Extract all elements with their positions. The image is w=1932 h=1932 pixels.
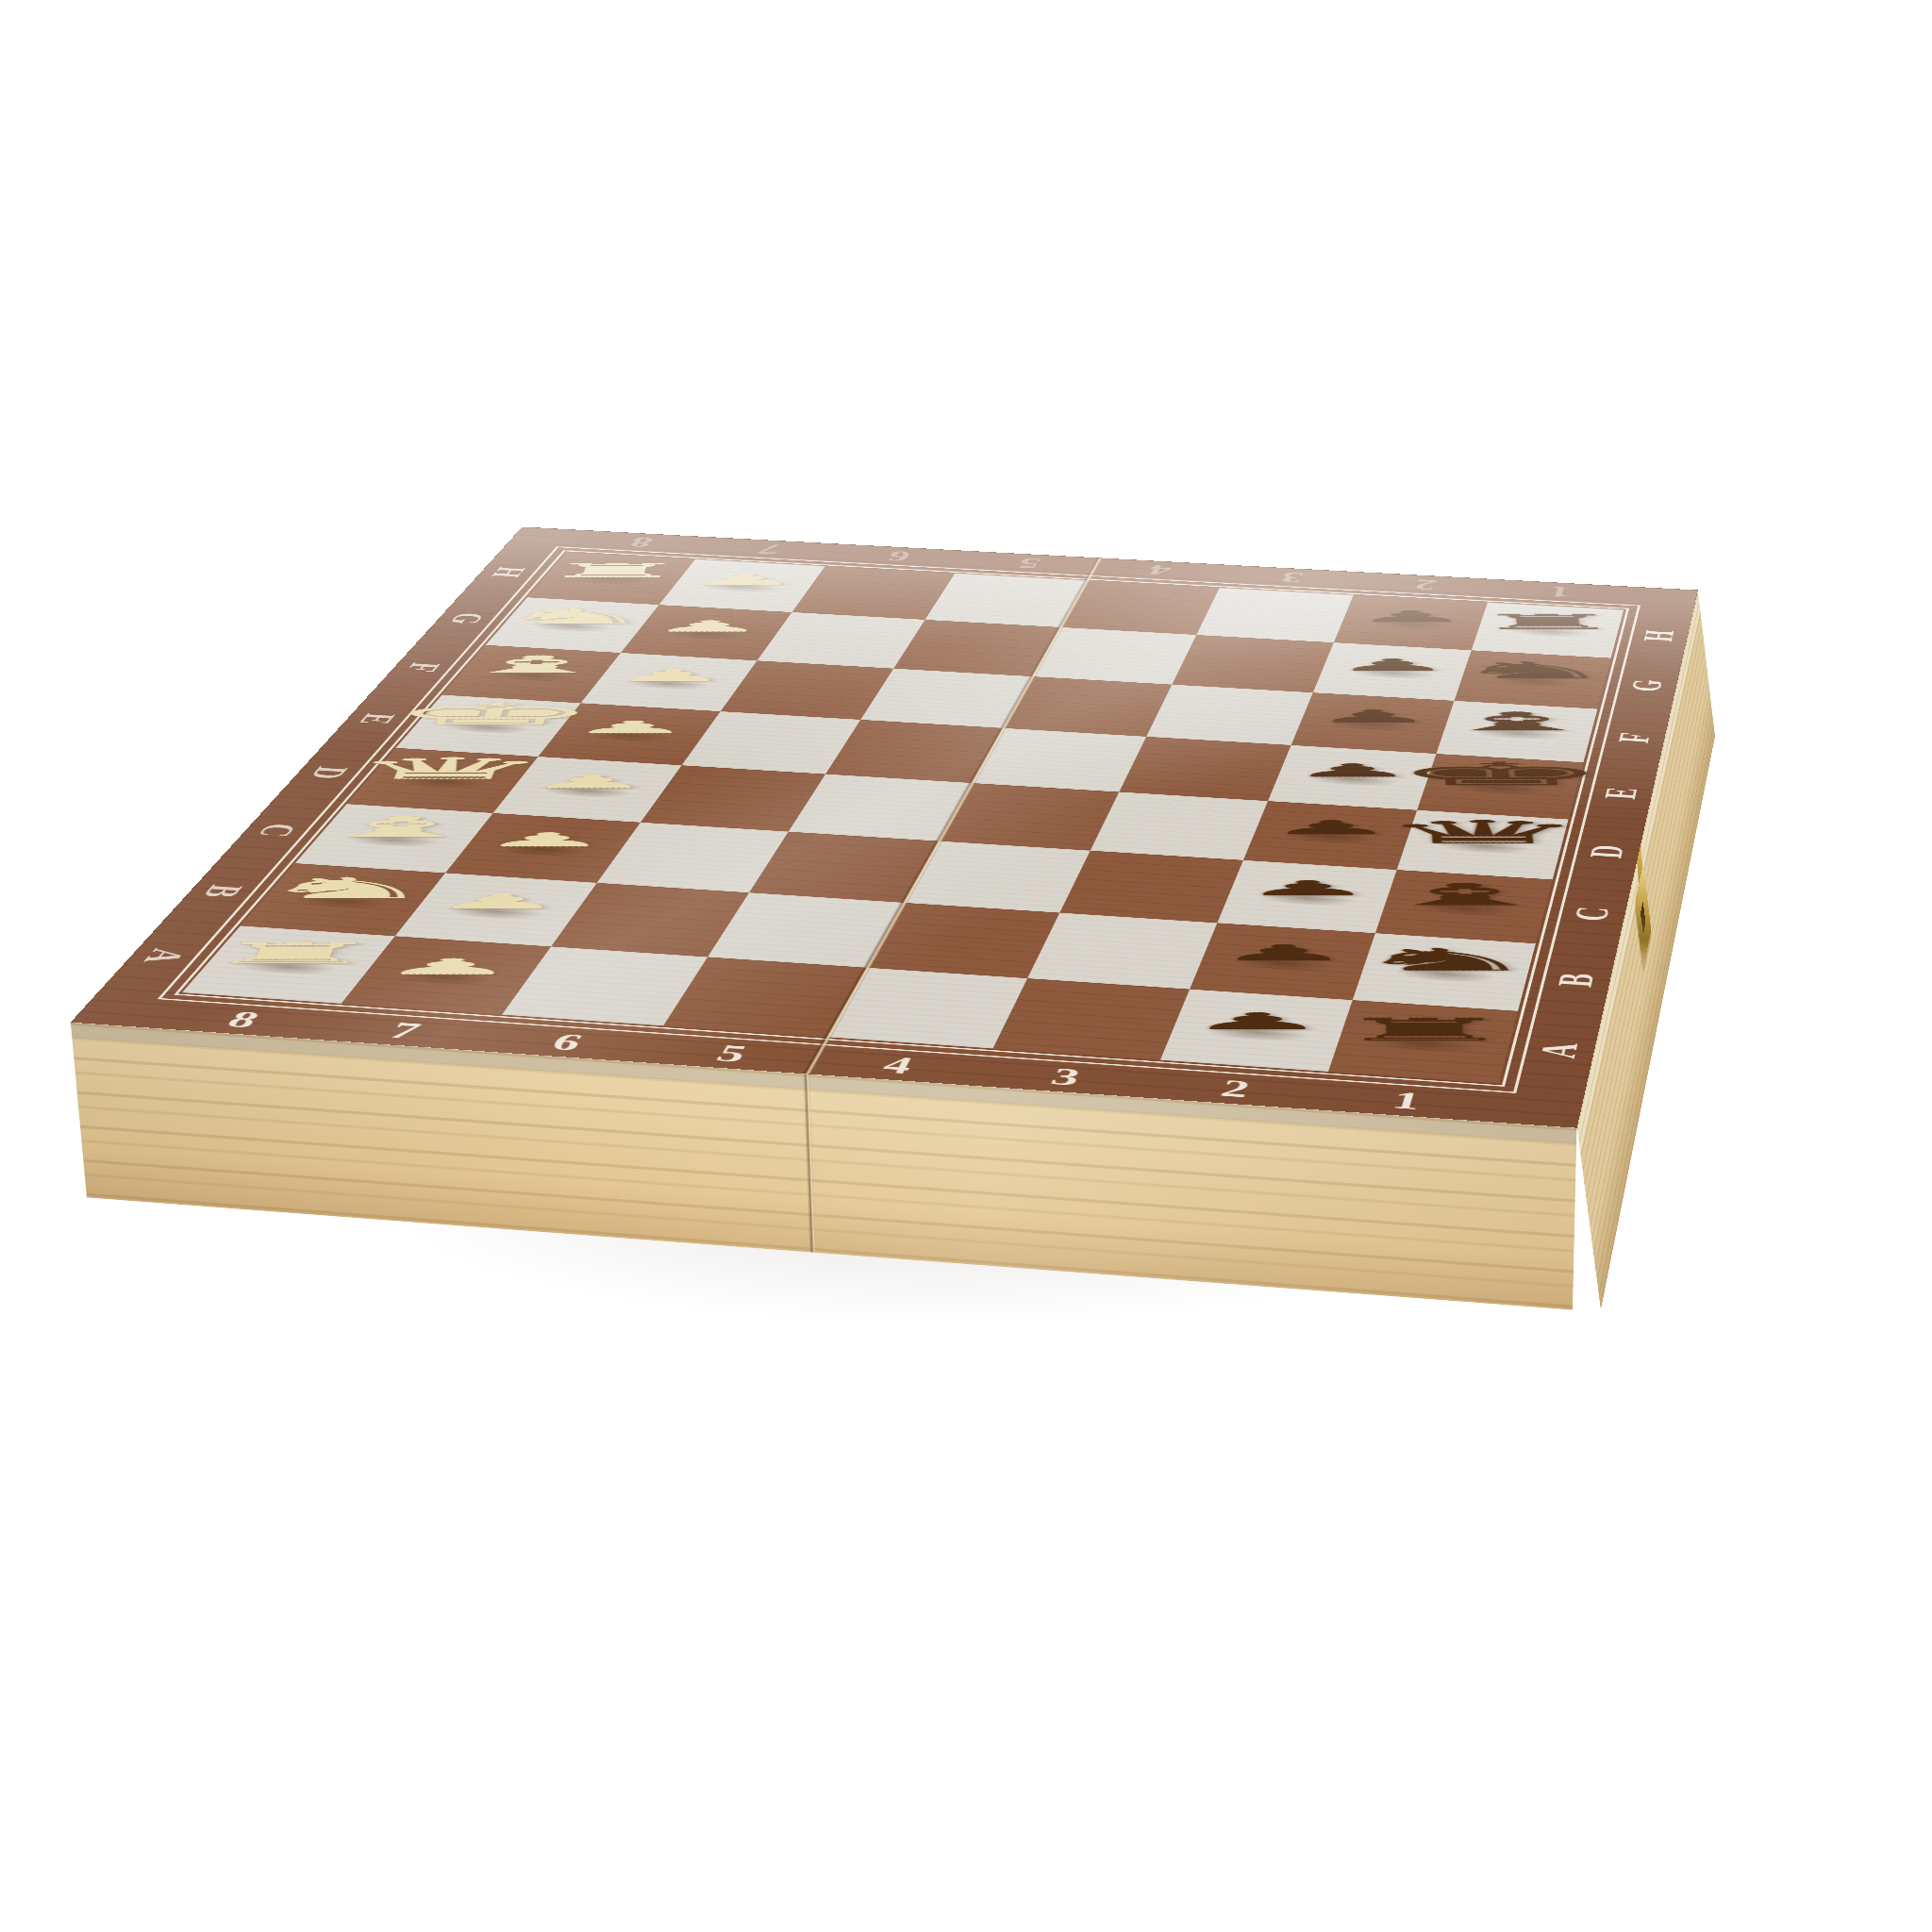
file-label-left-H: H <box>485 566 531 578</box>
file-label-right-D: D <box>1584 844 1632 859</box>
file-label-left-G: G <box>442 612 491 625</box>
pawn-glyph: ♟ <box>648 619 770 635</box>
rank-label-far-4: 4 <box>1146 563 1174 578</box>
box-front-seam <box>803 1074 815 1253</box>
file-label-right-F: F <box>1612 732 1657 744</box>
rank-label-near-7: 7 <box>383 1019 425 1043</box>
file-label-left-F: F <box>399 661 446 673</box>
product-photo-page: { "game": "chess", "scene": { "descripti… <box>0 0 1932 1932</box>
rank-label-near-2: 2 <box>1217 1075 1253 1101</box>
bishop-glyph: ♝ <box>442 653 628 677</box>
rank-label-far-1: 1 <box>1547 584 1573 600</box>
pawn-glyph: ♟ <box>685 573 803 588</box>
file-label-left-A: A <box>136 947 193 964</box>
file-label-right-B: B <box>1551 972 1602 988</box>
rank-label-far-7: 7 <box>755 541 786 557</box>
queen-glyph: ♛ <box>338 754 557 784</box>
file-label-left-C: C <box>250 823 304 838</box>
rank-label-far-2: 2 <box>1412 577 1439 592</box>
rank-label-far-3: 3 <box>1278 570 1306 585</box>
chess-board-box: 8877665544332211AABBCCDDEEFFGGHH ♜♞♝♛♚♝♞… <box>71 526 1698 1127</box>
rank-label-far-8: 8 <box>626 535 658 550</box>
rank-label-far-6: 6 <box>884 549 914 564</box>
rook-glyph: ♜ <box>535 560 693 580</box>
pawn-glyph: ♟ <box>1311 708 1435 724</box>
pawn-glyph: ♟ <box>1333 657 1454 673</box>
knight-glyph: ♞ <box>1447 658 1620 682</box>
pawn-glyph: ♟ <box>1353 608 1470 624</box>
rank-label-near-8: 8 <box>222 1008 265 1031</box>
bishop-glyph: ♝ <box>1424 708 1609 734</box>
rank-label-near-6: 6 <box>547 1030 589 1055</box>
file-label-right-A: A <box>1533 1041 1586 1060</box>
rank-label-near-1: 1 <box>1390 1088 1424 1113</box>
rank-label-far-5: 5 <box>1014 556 1043 571</box>
pawn-glyph: ♟ <box>608 667 734 683</box>
file-label-right-C: C <box>1568 906 1617 922</box>
file-label-right-G: G <box>1625 678 1670 692</box>
knight-glyph: ♞ <box>490 606 662 627</box>
rank-label-near-4: 4 <box>878 1053 917 1077</box>
file-label-right-H: H <box>1638 629 1680 642</box>
scene: 8877665544332211AABBCCDDEEFFGGHH ♜♞♝♛♚♝♞… <box>0 0 1932 1932</box>
king-glyph: ♚ <box>1389 758 1613 791</box>
file-label-left-B: B <box>195 884 250 899</box>
rook-glyph: ♜ <box>1469 611 1627 632</box>
board-top-surface: 8877665544332211AABBCCDDEEFFGGHH ♜♞♝♛♚♝♞… <box>71 526 1698 1127</box>
rank-label-near-3: 3 <box>1047 1064 1084 1090</box>
pawn-glyph: ♟ <box>567 719 696 736</box>
rank-label-near-5: 5 <box>712 1041 752 1066</box>
